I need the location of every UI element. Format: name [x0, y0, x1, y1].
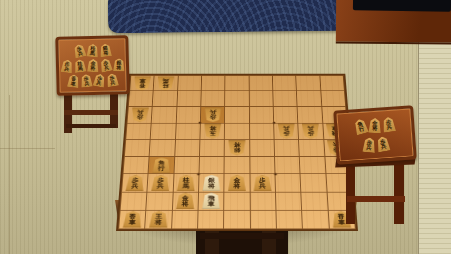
- komadai-left-rail: [66, 124, 116, 128]
- board-cell[interactable]: [273, 91, 297, 106]
- captured-piece[interactable]: 桂馬: [73, 59, 87, 73]
- board-cell[interactable]: [176, 107, 200, 122]
- captured-piece[interactable]: 歩兵: [381, 116, 396, 133]
- board-cell[interactable]: [250, 192, 275, 209]
- board-cell[interactable]: [150, 140, 175, 156]
- board-cell[interactable]: [250, 157, 275, 174]
- piece-kanji: 歩兵: [283, 125, 290, 136]
- shogi-board: 香車桂馬歩兵歩兵玉将歩兵歩兵飛車銀将歩兵角行歩兵歩兵桂馬銀将金将歩兵金将飛車香車…: [116, 26, 358, 231]
- komadai-right-leg: [394, 162, 404, 224]
- piece-kanji: 歩兵: [63, 61, 69, 72]
- board-cell[interactable]: 歩兵: [274, 123, 298, 139]
- piece-kanji: 歩兵: [259, 178, 266, 189]
- piece-kanji: 金将: [182, 196, 189, 208]
- piece-pawn[interactable]: 歩兵: [203, 107, 221, 122]
- komadai-right: 角行金将歩兵歩兵歩兵: [333, 105, 417, 164]
- board-cell[interactable]: [250, 140, 274, 156]
- piece-pawn[interactable]: 歩兵: [301, 124, 320, 139]
- board-cell[interactable]: [320, 76, 344, 91]
- piece-kanji: 銀将: [208, 178, 215, 189]
- captured-piece[interactable]: 銀将: [99, 43, 112, 57]
- piece-rook[interactable]: 飛車: [201, 193, 221, 210]
- piece-kanji: 銀将: [116, 60, 121, 70]
- board-leg-rail: [200, 233, 284, 239]
- board-cell[interactable]: [249, 76, 272, 91]
- board-grid[interactable]: 香車桂馬歩兵歩兵玉将歩兵歩兵飛車銀将歩兵角行歩兵歩兵桂馬銀将金将歩兵金将飛車香車…: [116, 74, 358, 231]
- piece-kanji: 金将: [234, 178, 241, 189]
- board-cell[interactable]: [275, 140, 299, 156]
- piece-kanji: 歩兵: [209, 109, 216, 119]
- board-cell[interactable]: 角行: [149, 157, 174, 174]
- board-cell[interactable]: [125, 140, 150, 156]
- captured-piece[interactable]: 歩兵: [362, 137, 376, 153]
- piece-pawn[interactable]: 歩兵: [125, 175, 145, 191]
- board-cell[interactable]: 金将: [225, 174, 250, 191]
- board-cell[interactable]: [250, 123, 274, 139]
- piece-kanji: 歩兵: [131, 178, 139, 189]
- board-cell[interactable]: 銀将: [199, 174, 224, 191]
- piece-kanji: 金将: [90, 61, 95, 71]
- board-cell[interactable]: 歩兵: [201, 107, 225, 122]
- board-cell[interactable]: [301, 174, 326, 191]
- board-cell[interactable]: [129, 91, 153, 106]
- piece-kanji: 王将: [155, 214, 163, 226]
- piece-kanji: 角行: [356, 121, 364, 133]
- captured-row: 歩兵桂馬金将歩兵銀将: [62, 58, 123, 73]
- board-cell[interactable]: [202, 76, 225, 91]
- board-cell[interactable]: [172, 211, 198, 229]
- piece-kanji: 香車: [139, 78, 146, 88]
- captured-row: 香車歩兵歩兵歩兵: [62, 73, 123, 88]
- board-cell[interactable]: 桂馬: [173, 174, 198, 191]
- board-cell[interactable]: [177, 91, 201, 106]
- tatami-seam-horizontal: [0, 148, 55, 149]
- board-cell[interactable]: [175, 140, 200, 156]
- board-cell[interactable]: 香車: [119, 211, 145, 229]
- board-cell[interactable]: [198, 211, 223, 229]
- piece-kanji: 銀将: [234, 142, 241, 153]
- captured-piece[interactable]: 金将: [86, 59, 99, 73]
- piece-gold[interactable]: 金将: [227, 175, 246, 191]
- piece-lance[interactable]: 香車: [133, 76, 152, 90]
- board-cell[interactable]: [226, 76, 249, 91]
- board-cell[interactable]: [274, 107, 298, 122]
- board-cell[interactable]: [300, 157, 325, 174]
- captured-row: 歩兵桂馬銀将: [61, 43, 122, 58]
- board-cell[interactable]: 王将: [145, 211, 171, 229]
- piece-kanji: 飛車: [208, 196, 215, 208]
- board-cell[interactable]: [276, 211, 302, 229]
- piece-kanji: 歩兵: [83, 76, 89, 87]
- board-cell[interactable]: [199, 157, 224, 174]
- board-cell[interactable]: [151, 123, 175, 139]
- board-cell[interactable]: [275, 174, 300, 191]
- captured-piece[interactable]: 歩兵: [80, 74, 93, 88]
- board-cell[interactable]: [178, 76, 201, 91]
- piece-kanji: 角行: [158, 160, 165, 171]
- piece-knight[interactable]: 桂馬: [156, 76, 175, 90]
- board-cell[interactable]: 玉将: [200, 123, 224, 139]
- board-cell[interactable]: [201, 91, 224, 106]
- captured-row: 角行金将歩兵: [340, 116, 409, 136]
- piece-kanji: 歩兵: [102, 60, 109, 71]
- komadai-left-rail: [64, 110, 118, 115]
- captured-piece[interactable]: 金将: [368, 118, 382, 133]
- board-cell[interactable]: [153, 91, 177, 106]
- side-table-black-top: [353, 0, 451, 12]
- board-cell[interactable]: [302, 192, 328, 209]
- board-cell[interactable]: [224, 211, 249, 229]
- board-cell[interactable]: 金将: [173, 192, 198, 209]
- piece-lance[interactable]: 香車: [122, 211, 143, 228]
- piece-kanji: 歩兵: [157, 178, 164, 189]
- piece-kanji: 歩兵: [136, 109, 143, 119]
- board-cell[interactable]: [225, 157, 249, 174]
- piece-king[interactable]: 王将: [148, 211, 168, 228]
- piece-pawn[interactable]: 歩兵: [150, 175, 170, 191]
- shogi-room-scene: 香車桂馬歩兵歩兵玉将歩兵歩兵飛車銀将歩兵角行歩兵歩兵桂馬銀将金将歩兵金将飛車香車…: [0, 0, 451, 254]
- board-cell[interactable]: [250, 107, 274, 122]
- board-cell[interactable]: 歩兵: [250, 174, 275, 191]
- piece-kanji: 銀将: [102, 45, 108, 55]
- board-cell[interactable]: [176, 123, 200, 139]
- captured-piece[interactable]: 歩兵: [60, 59, 74, 73]
- piece-kanji: 香車: [70, 76, 76, 87]
- tatami-seam-vertical: [9, 95, 10, 254]
- hoshi-dot: [274, 173, 277, 175]
- board-cell[interactable]: [296, 76, 320, 91]
- piece-kanji: 香車: [128, 214, 136, 226]
- captured-piece[interactable]: 歩兵: [98, 58, 112, 73]
- captured-piece[interactable]: 銀将: [112, 58, 124, 71]
- piece-kanji: 歩兵: [307, 125, 314, 136]
- piece-kanji: 歩兵: [109, 75, 115, 86]
- komadai-left: 歩兵桂馬銀将歩兵桂馬金将歩兵銀将香車歩兵歩兵歩兵: [55, 35, 130, 96]
- board-cell[interactable]: [225, 192, 250, 209]
- komadai-right-rail: [347, 196, 405, 202]
- board-cell[interactable]: 桂馬: [154, 76, 178, 91]
- captured-piece[interactable]: 桂馬: [86, 44, 99, 58]
- hoshi-dot: [272, 122, 275, 124]
- komadai-right-leg: [346, 160, 355, 224]
- captured-row: 歩兵歩兵: [341, 135, 410, 155]
- piece-silver[interactable]: 銀将: [228, 140, 247, 155]
- captured-piece[interactable]: 角行: [352, 117, 369, 135]
- captured-piece[interactable]: 歩兵: [92, 73, 106, 88]
- board-cell[interactable]: [299, 140, 324, 156]
- captured-piece[interactable]: 歩兵: [72, 43, 87, 58]
- captured-piece[interactable]: 歩兵: [375, 135, 390, 152]
- board-cell[interactable]: [273, 76, 296, 91]
- piece-kanji: 歩兵: [365, 140, 371, 151]
- piece-knight[interactable]: 桂馬: [176, 175, 196, 191]
- board-cell[interactable]: 香車: [130, 76, 154, 91]
- board-cell[interactable]: 歩兵: [148, 174, 173, 191]
- piece-kanji: 歩兵: [379, 139, 386, 151]
- piece-gold[interactable]: 金将: [175, 193, 195, 210]
- captured-piece[interactable]: 香車: [67, 74, 80, 88]
- piece-king[interactable]: 玉将: [203, 124, 222, 139]
- board-cell[interactable]: [225, 123, 249, 139]
- piece-kanji: 歩兵: [76, 46, 83, 57]
- piece-kanji: 桂馬: [162, 78, 169, 88]
- piece-kanji: 桂馬: [76, 61, 82, 72]
- hoshi-dot: [199, 122, 202, 124]
- board-cell[interactable]: [126, 123, 151, 139]
- board-cell[interactable]: [298, 107, 322, 122]
- board-cell[interactable]: 歩兵: [122, 174, 148, 191]
- piece-bishop[interactable]: 角行: [152, 157, 172, 173]
- board-cell[interactable]: [200, 140, 224, 156]
- board-cell[interactable]: [321, 91, 345, 106]
- piece-pawn[interactable]: 歩兵: [253, 175, 272, 191]
- board-cell[interactable]: 歩兵: [128, 107, 152, 122]
- board-cell[interactable]: [297, 91, 321, 106]
- piece-kanji: 歩兵: [385, 119, 392, 131]
- piece-pawn[interactable]: 歩兵: [277, 124, 296, 139]
- floor-cushion: [108, 0, 352, 33]
- board-cell[interactable]: 銀将: [225, 140, 249, 156]
- board-cell[interactable]: [276, 192, 301, 209]
- board-cell[interactable]: [225, 91, 248, 106]
- board-cell[interactable]: [249, 91, 272, 106]
- board-cell[interactable]: [275, 157, 300, 174]
- board-cell[interactable]: [152, 107, 176, 122]
- board-cell[interactable]: 飛車: [199, 192, 224, 209]
- piece-kanji: 桂馬: [182, 178, 189, 189]
- piece-pawn[interactable]: 歩兵: [130, 107, 149, 122]
- piece-kanji: 金将: [371, 120, 377, 131]
- piece-kanji: 桂馬: [89, 46, 95, 56]
- board-cell[interactable]: [124, 157, 149, 174]
- piece-kanji: 歩兵: [96, 75, 103, 86]
- komadai-left-pieces: 歩兵桂馬銀将歩兵桂馬金将歩兵銀将香車歩兵歩兵歩兵: [61, 41, 123, 90]
- board-cell[interactable]: [225, 107, 248, 122]
- board-cell[interactable]: [250, 211, 275, 229]
- board-cell[interactable]: 歩兵: [299, 123, 323, 139]
- komadai-right-pieces: 角行金将歩兵歩兵歩兵: [340, 112, 411, 159]
- board-cell[interactable]: [174, 157, 199, 174]
- piece-kanji: 玉将: [209, 125, 216, 136]
- captured-piece[interactable]: 歩兵: [105, 73, 119, 88]
- piece-silver[interactable]: 銀将: [202, 175, 221, 191]
- board-cell[interactable]: [302, 211, 328, 229]
- piece-kanji: 香車: [338, 214, 346, 226]
- board-cell[interactable]: [121, 192, 147, 209]
- board-cell[interactable]: [147, 192, 173, 209]
